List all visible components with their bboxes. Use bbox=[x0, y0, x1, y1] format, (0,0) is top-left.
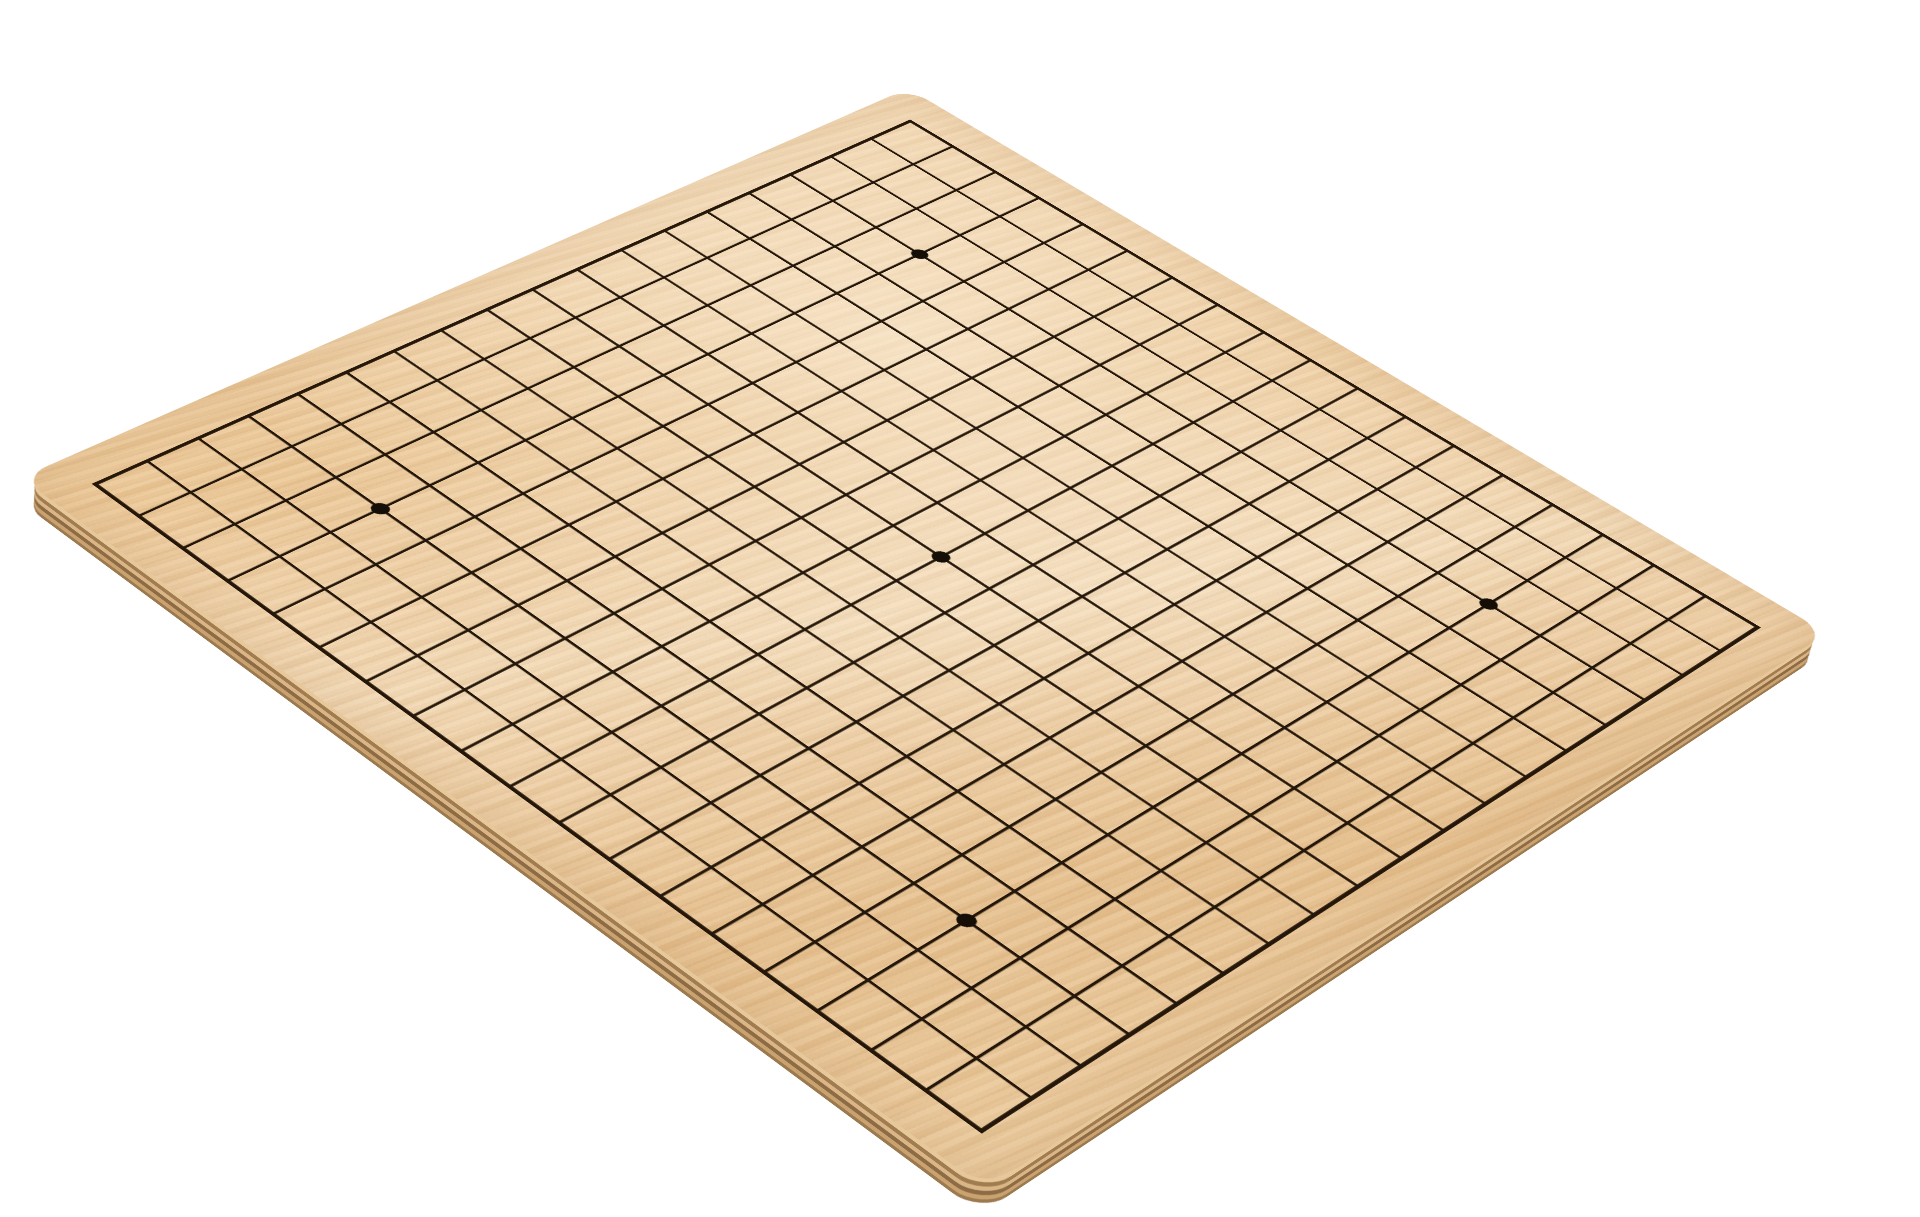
grid-line-h-9 bbox=[577, 269, 1444, 830]
grid-line-v-19 bbox=[982, 627, 1758, 1131]
grid-line-v-13 bbox=[660, 446, 1454, 897]
grid-line-h-18 bbox=[147, 461, 1032, 1098]
grid-line-h-12 bbox=[441, 330, 1314, 915]
grid-line-v-2 bbox=[139, 146, 953, 516]
board-surface bbox=[20, 88, 1827, 1189]
grid-line-v-10 bbox=[510, 360, 1311, 786]
photo-canvas bbox=[0, 0, 1920, 1217]
grid-line-h-1 bbox=[910, 121, 1757, 627]
grid-line-v-1 bbox=[95, 121, 910, 484]
grid-line-h-15 bbox=[298, 394, 1177, 1004]
grid-line-v-7 bbox=[366, 278, 1173, 682]
grid-line-h-19 bbox=[95, 484, 981, 1131]
grid-line-v-17 bbox=[871, 565, 1654, 1050]
go-board bbox=[20, 88, 1827, 1189]
grid-line-v-8 bbox=[413, 305, 1218, 716]
grid-line-h-17 bbox=[198, 438, 1081, 1066]
grid-line-h-14 bbox=[346, 372, 1223, 973]
grid-line-v-6 bbox=[319, 251, 1127, 648]
grid-line-v-3 bbox=[183, 172, 996, 548]
board-scene bbox=[0, 0, 1920, 1217]
grid-line-v-18 bbox=[926, 596, 1705, 1090]
board-grid bbox=[20, 88, 1827, 1189]
grid-line-h-8 bbox=[621, 250, 1486, 804]
